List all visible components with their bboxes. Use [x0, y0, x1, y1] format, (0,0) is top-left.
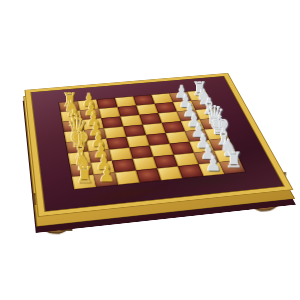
square-d5 [143, 123, 166, 135]
square-e5 [146, 133, 170, 145]
square-f6 [170, 142, 194, 155]
silver-rook-piece: ♜ [225, 149, 244, 172]
square-h2: ♟ [94, 173, 118, 188]
square-d6 [162, 121, 185, 133]
square-h1: ♜ [72, 175, 96, 190]
chess-set-product-photo: ♜♟♟♜♞♟♟♞♝♟♟♝♛♟♟♛♚♟♟♚♝♟♟♝♞♟♟♞♜♟♟♜ [0, 0, 300, 300]
gold-rook-piece: ♜ [75, 164, 94, 187]
square-h7: ♟ [199, 162, 225, 176]
square-f4 [129, 146, 153, 159]
chess-board: ♜♟♟♜♞♟♟♞♝♟♟♝♛♟♟♛♚♟♟♚♝♟♟♝♞♟♟♞♜♟♟♜ [25, 73, 292, 216]
silver-pawn-piece: ♟ [204, 153, 223, 173]
checker-grid: ♜♟♟♜♞♟♟♞♝♟♟♝♛♟♟♛♚♟♟♚♝♟♟♝♞♟♟♞♜♟♟♜ [59, 90, 245, 189]
gold-pawn-piece: ♟ [97, 164, 116, 185]
